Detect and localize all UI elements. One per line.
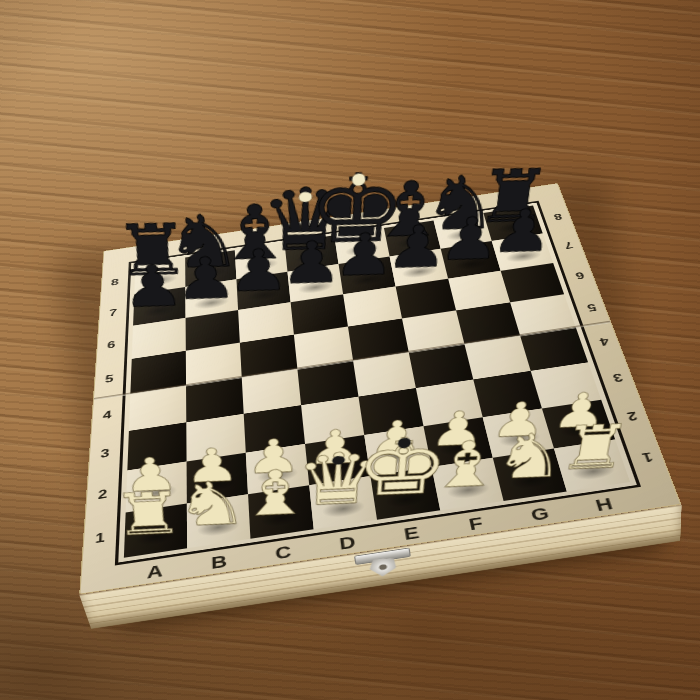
square-d5[interactable] <box>294 326 353 368</box>
chess-box: ♜♞♝♛♚♝♞♜♟♟♟♟♟♟♟♟♟♟♟♟♟♟♟♟♜♞♝♛♚♝♞♜ 8877665… <box>79 183 681 594</box>
rank-label-right-5: 5 <box>586 301 598 312</box>
contrast-finial-dot <box>397 438 410 448</box>
file-label-d: D <box>338 532 357 553</box>
square-e5[interactable] <box>348 318 409 360</box>
rank-label-right-6: 6 <box>574 270 586 281</box>
square-h1[interactable]: ♜ <box>554 439 630 491</box>
file-label-b: B <box>211 551 228 572</box>
file-label-c: C <box>275 542 293 563</box>
rank-label-left-4: 4 <box>103 409 112 422</box>
square-a1[interactable]: ♜ <box>124 503 187 557</box>
clasp-hasp <box>369 558 397 577</box>
square-e1[interactable]: ♚ <box>370 467 440 520</box>
square-a5[interactable] <box>130 351 186 394</box>
file-label-h: H <box>593 494 615 514</box>
square-b4[interactable] <box>186 377 244 422</box>
rank-label-left-7: 7 <box>109 308 118 319</box>
file-label-g: G <box>529 504 552 525</box>
rank-label-left-5: 5 <box>105 373 114 385</box>
file-label-e: E <box>403 523 422 544</box>
square-f5[interactable] <box>402 310 464 352</box>
chess-board: ♜♞♝♛♚♝♞♜♟♟♟♟♟♟♟♟♟♟♟♟♟♟♟♟♜♞♝♛♚♝♞♜ <box>115 201 641 566</box>
file-label-a: A <box>147 561 164 582</box>
file-label-f: F <box>467 514 485 534</box>
rank-label-left-6: 6 <box>107 339 116 350</box>
rank-label-right-4: 4 <box>598 335 611 347</box>
contrast-finial-dot <box>351 174 365 186</box>
rank-label-left-8: 8 <box>111 277 119 287</box>
square-b6[interactable] <box>186 310 240 351</box>
square-h5[interactable] <box>510 294 576 335</box>
